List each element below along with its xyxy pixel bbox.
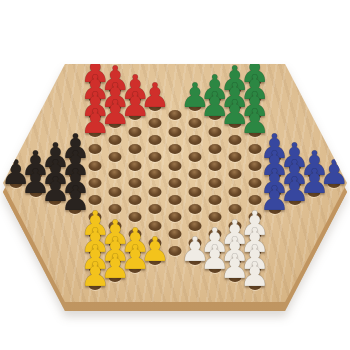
board-surface: ♟♟♟♟♟♟♟♟♟♟♟♟♟♟♟♟♟♟♟♟♟♟♟♟♟♟♟♟♟♟♟♟♟♟♟♟♟♟♟♟… [3,64,347,302]
peg-yellow[interactable]: ♟ [80,257,110,291]
chinese-checkers-board: ♟♟♟♟♟♟♟♟♟♟♟♟♟♟♟♟♟♟♟♟♟♟♟♟♟♟♟♟♟♟♟♟♟♟♟♟♟♟♟♟… [3,64,347,302]
product-photo: ♟♟♟♟♟♟♟♟♟♟♟♟♟♟♟♟♟♟♟♟♟♟♟♟♟♟♟♟♟♟♟♟♟♟♟♟♟♟♟♟… [0,0,350,350]
pegs-layer: ♟♟♟♟♟♟♟♟♟♟♟♟♟♟♟♟♟♟♟♟♟♟♟♟♟♟♟♟♟♟♟♟♟♟♟♟♟♟♟♟… [3,64,347,302]
peg-white[interactable]: ♟ [239,257,269,291]
